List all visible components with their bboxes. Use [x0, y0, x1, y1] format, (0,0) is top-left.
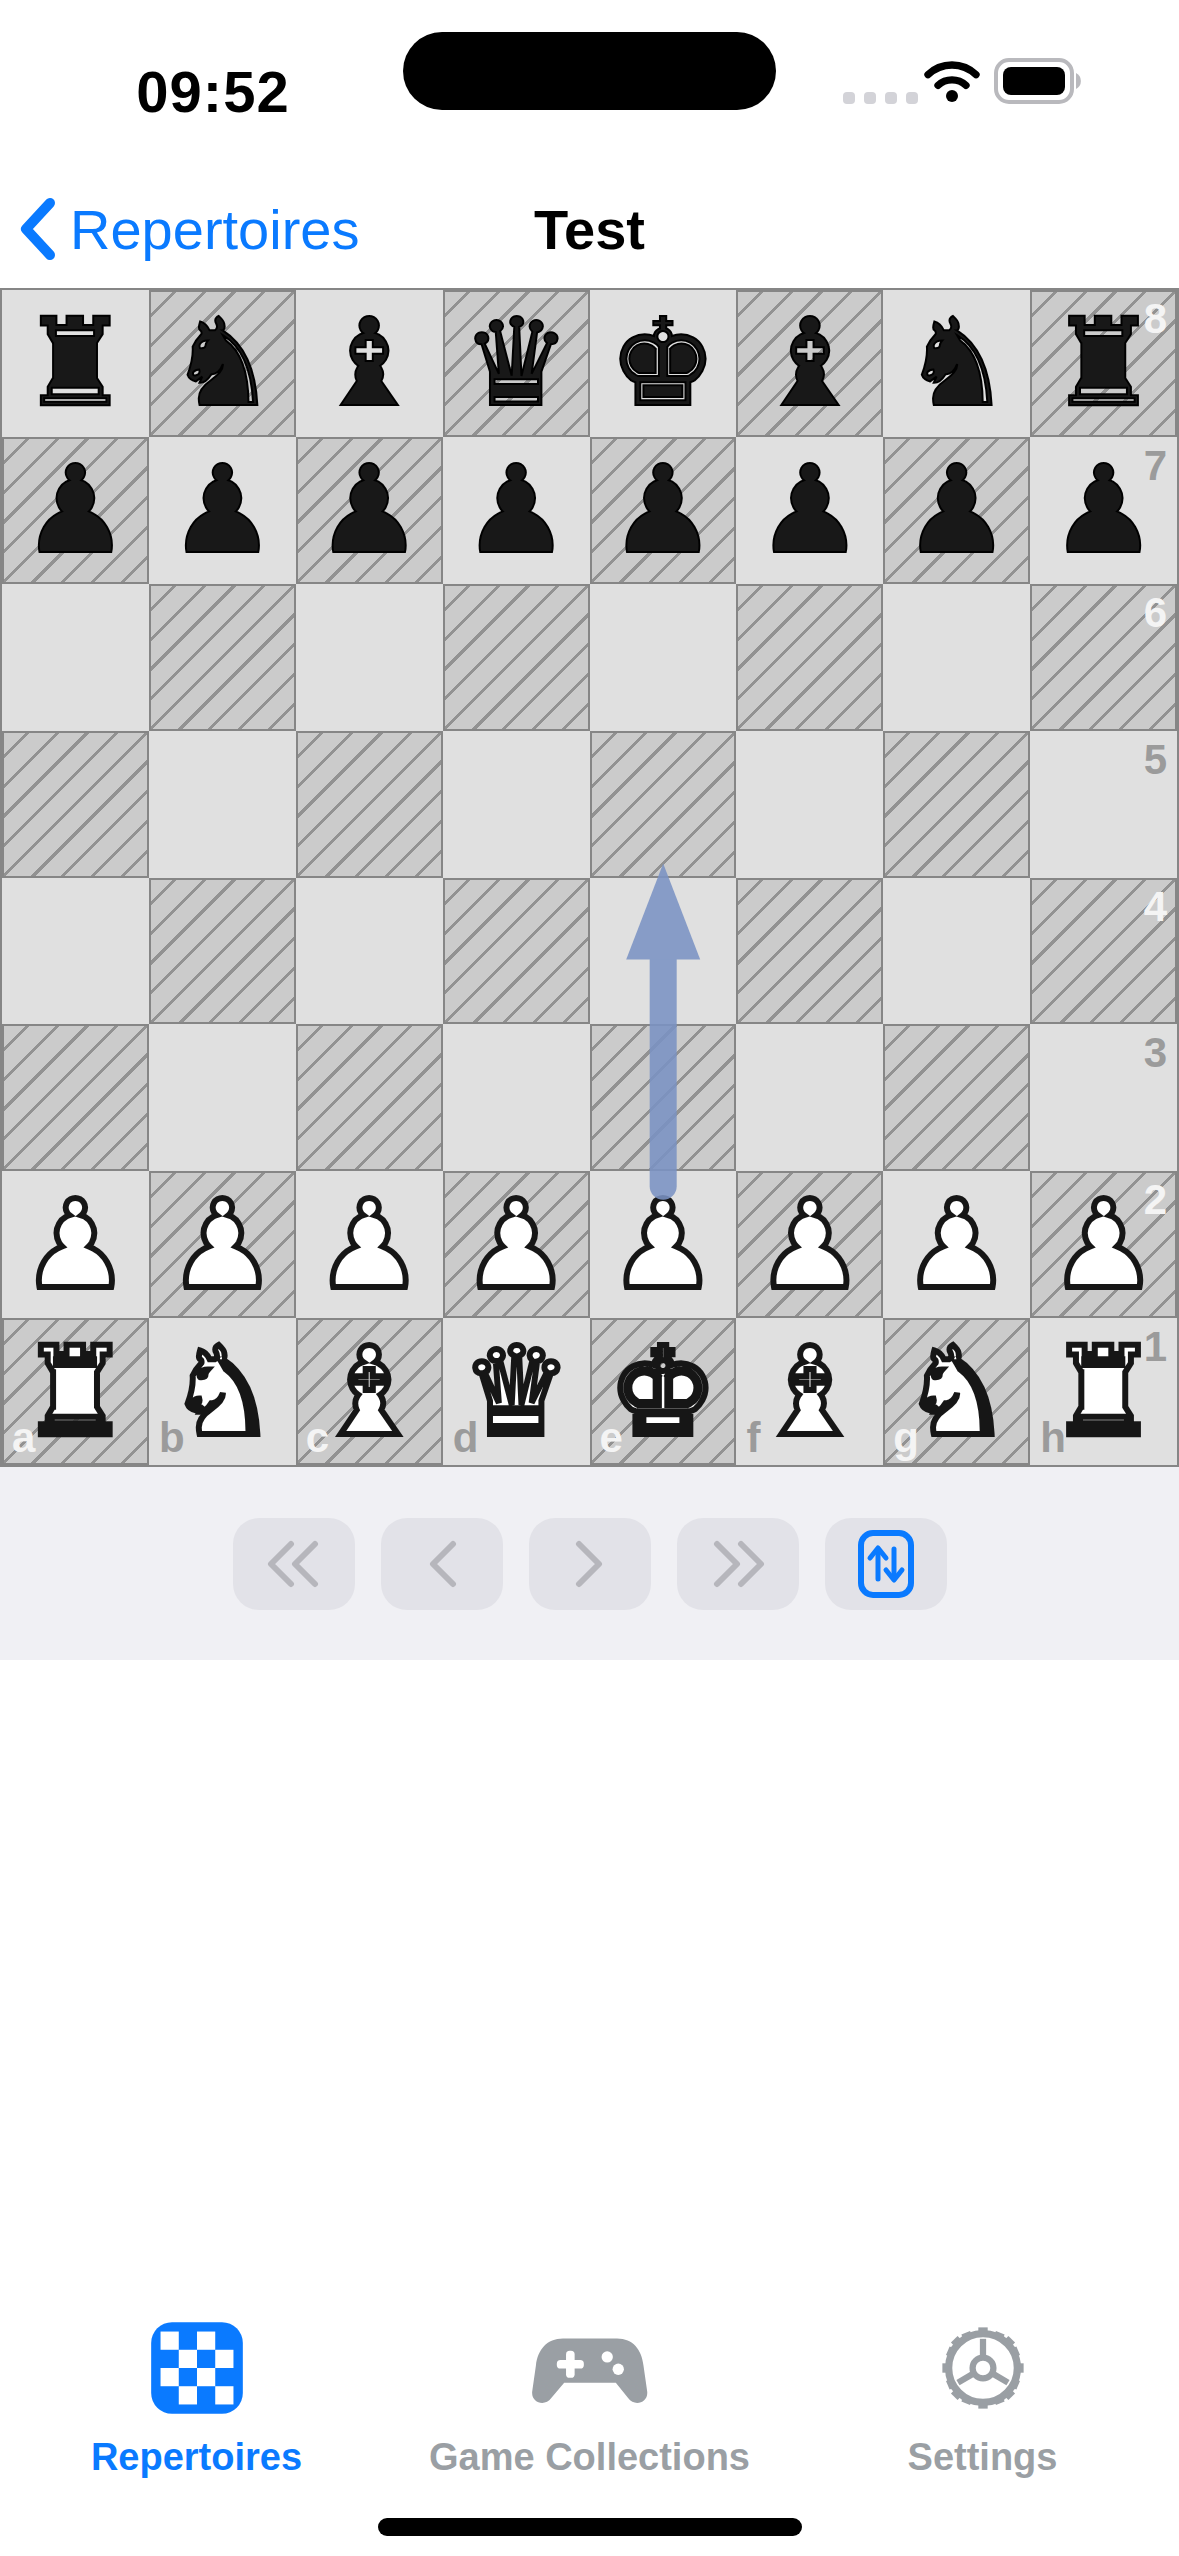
square-f6[interactable]: [736, 584, 883, 731]
square-b1[interactable]: ♞b: [149, 1318, 296, 1465]
file-label-a: a: [12, 1417, 35, 1459]
chevrons-left-icon: [263, 1540, 325, 1588]
white-pawn: ♟: [461, 1184, 570, 1306]
square-h3[interactable]: 3: [1030, 1024, 1177, 1171]
chessboard-icon: [147, 2318, 247, 2418]
chess-board-area: ♜♞♝♛♚♝♞♜8♟♟♟♟♟♟♟♟76543♟♟♟♟♟♟♟♟2♜a♞b♝c♛d♚…: [0, 288, 1179, 1467]
status-bar: 09:52: [0, 0, 1179, 160]
square-c7[interactable]: ♟: [296, 437, 443, 584]
black-pawn: ♟: [168, 449, 277, 571]
black-pawn: ♟: [21, 449, 130, 571]
square-h1[interactable]: ♜1h: [1030, 1318, 1177, 1465]
rank-label-6: 6: [1144, 592, 1167, 634]
flip-board-icon: [857, 1529, 915, 1599]
black-knight: ♞: [902, 302, 1011, 424]
black-bishop: ♝: [755, 302, 864, 424]
square-d3[interactable]: [443, 1024, 590, 1171]
rank-label-8: 8: [1144, 298, 1167, 340]
square-b2[interactable]: ♟: [149, 1171, 296, 1318]
square-d6[interactable]: [443, 584, 590, 731]
black-pawn: ♟: [902, 449, 1011, 571]
square-e4[interactable]: [590, 878, 737, 1025]
rank-label-4: 4: [1144, 886, 1167, 928]
cellular-signal-icon: [843, 92, 918, 104]
tab-label: Repertoires: [91, 2436, 302, 2479]
square-a7[interactable]: ♟: [2, 437, 149, 584]
chevron-right-icon: [571, 1540, 609, 1588]
white-pawn: ♟: [902, 1184, 1011, 1306]
square-a2[interactable]: ♟: [2, 1171, 149, 1318]
rank-label-7: 7: [1144, 445, 1167, 487]
black-pawn: ♟: [461, 449, 570, 571]
rank-label-5: 5: [1144, 739, 1167, 781]
black-pawn: ♟: [608, 449, 717, 571]
clock: 09:52: [128, 58, 298, 125]
white-pawn: ♟: [608, 1184, 717, 1306]
square-g6[interactable]: [883, 584, 1030, 731]
square-g2[interactable]: ♟: [883, 1171, 1030, 1318]
black-pawn: ♟: [315, 449, 424, 571]
square-b3[interactable]: [149, 1024, 296, 1171]
square-a6[interactable]: [2, 584, 149, 731]
black-rook: ♜: [21, 302, 130, 424]
square-f8[interactable]: ♝: [736, 290, 883, 437]
square-c4[interactable]: [296, 878, 443, 1025]
square-e8[interactable]: ♚: [590, 290, 737, 437]
last-move-button[interactable]: [677, 1518, 799, 1610]
square-c1[interactable]: ♝c: [296, 1318, 443, 1465]
file-label-f: f: [746, 1417, 760, 1459]
square-b8[interactable]: ♞: [149, 290, 296, 437]
white-bishop: ♝: [315, 1331, 424, 1453]
square-g8[interactable]: ♞: [883, 290, 1030, 437]
rank-label-3: 3: [1144, 1032, 1167, 1074]
rank-label-2: 2: [1144, 1179, 1167, 1221]
white-pawn: ♟: [168, 1184, 277, 1306]
app-screen: 09:52 Repertoires Test ♜♞♝♛♚♝♞♜8♟♟♟♟♟♟♟♟…: [0, 0, 1179, 2556]
square-h5[interactable]: 5: [1030, 731, 1177, 878]
black-bishop: ♝: [315, 302, 424, 424]
tab-label: Settings: [908, 2436, 1058, 2479]
next-move-button[interactable]: [529, 1518, 651, 1610]
square-e2[interactable]: ♟: [590, 1171, 737, 1318]
white-pawn: ♟: [1049, 1184, 1158, 1306]
previous-move-button[interactable]: [381, 1518, 503, 1610]
dynamic-island: [403, 32, 776, 110]
white-rook: ♜: [21, 1331, 130, 1453]
square-f4[interactable]: [736, 878, 883, 1025]
square-b6[interactable]: [149, 584, 296, 731]
tab-settings[interactable]: Settings: [786, 2280, 1179, 2556]
file-label-b: b: [159, 1417, 185, 1459]
square-h8[interactable]: ♜8: [1030, 290, 1177, 437]
square-g4[interactable]: [883, 878, 1030, 1025]
square-e7[interactable]: ♟: [590, 437, 737, 584]
square-c2[interactable]: ♟: [296, 1171, 443, 1318]
navigation-bar: Repertoires Test: [0, 170, 1179, 288]
black-pawn: ♟: [755, 449, 864, 571]
black-knight: ♞: [168, 302, 277, 424]
file-label-c: c: [306, 1417, 329, 1459]
chess-board[interactable]: ♜♞♝♛♚♝♞♜8♟♟♟♟♟♟♟♟76543♟♟♟♟♟♟♟♟2♜a♞b♝c♛d♚…: [0, 288, 1179, 1467]
white-bishop: ♝: [755, 1331, 864, 1453]
tab-bar: Repertoires Game Collections: [0, 2280, 1179, 2556]
black-queen: ♛: [461, 302, 570, 424]
square-b7[interactable]: ♟: [149, 437, 296, 584]
white-pawn: ♟: [755, 1184, 864, 1306]
chevrons-right-icon: [707, 1540, 769, 1588]
game-controller-icon: [531, 2318, 649, 2418]
square-f1[interactable]: ♝f: [736, 1318, 883, 1465]
square-f2[interactable]: ♟: [736, 1171, 883, 1318]
rank-label-1: 1: [1144, 1326, 1167, 1368]
square-a1[interactable]: ♜a: [2, 1318, 149, 1465]
move-controls-strip: [0, 1467, 1179, 1660]
home-indicator[interactable]: [378, 2518, 802, 2536]
square-b5[interactable]: [149, 731, 296, 878]
square-e5[interactable]: [590, 731, 737, 878]
black-rook: ♜: [1049, 302, 1158, 424]
file-label-h: h: [1040, 1417, 1066, 1459]
square-h7[interactable]: ♟7: [1030, 437, 1177, 584]
white-king: ♚: [608, 1331, 717, 1453]
square-e1[interactable]: ♚e: [590, 1318, 737, 1465]
square-h6[interactable]: 6: [1030, 584, 1177, 731]
square-e6[interactable]: [590, 584, 737, 731]
square-g1[interactable]: ♞g: [883, 1318, 1030, 1465]
chevron-left-icon: [423, 1540, 461, 1588]
gear-icon: [933, 2318, 1033, 2418]
square-d7[interactable]: ♟: [443, 437, 590, 584]
square-a4[interactable]: [2, 878, 149, 1025]
square-h4[interactable]: 4: [1030, 878, 1177, 1025]
flip-board-button[interactable]: [825, 1518, 947, 1610]
square-c3[interactable]: [296, 1024, 443, 1171]
square-d2[interactable]: ♟: [443, 1171, 590, 1318]
file-label-e: e: [600, 1417, 623, 1459]
square-d1[interactable]: ♛d: [443, 1318, 590, 1465]
square-f3[interactable]: [736, 1024, 883, 1171]
square-f7[interactable]: ♟: [736, 437, 883, 584]
black-pawn: ♟: [1049, 449, 1158, 571]
square-b4[interactable]: [149, 878, 296, 1025]
square-c5[interactable]: [296, 731, 443, 878]
white-pawn: ♟: [315, 1184, 424, 1306]
square-g5[interactable]: [883, 731, 1030, 878]
tab-game-collections[interactable]: Game Collections: [393, 2280, 786, 2556]
square-g3[interactable]: [883, 1024, 1030, 1171]
square-f5[interactable]: [736, 731, 883, 878]
tab-repertoires[interactable]: Repertoires: [0, 2280, 393, 2556]
square-a5[interactable]: [2, 731, 149, 878]
square-a8[interactable]: ♜: [2, 290, 149, 437]
wifi-icon: [920, 56, 984, 104]
black-king: ♚: [608, 302, 717, 424]
square-e3[interactable]: [590, 1024, 737, 1171]
file-label-g: g: [893, 1417, 919, 1459]
page-title: Test: [0, 170, 1179, 288]
file-label-d: d: [453, 1417, 479, 1459]
square-d4[interactable]: [443, 878, 590, 1025]
battery-icon: [994, 58, 1086, 104]
square-a3[interactable]: [2, 1024, 149, 1171]
square-c8[interactable]: ♝: [296, 290, 443, 437]
square-d8[interactable]: ♛: [443, 290, 590, 437]
square-g7[interactable]: ♟: [883, 437, 1030, 584]
square-h2[interactable]: ♟2: [1030, 1171, 1177, 1318]
first-move-button[interactable]: [233, 1518, 355, 1610]
square-d5[interactable]: [443, 731, 590, 878]
square-c6[interactable]: [296, 584, 443, 731]
white-pawn: ♟: [21, 1184, 130, 1306]
tab-label: Game Collections: [429, 2436, 750, 2479]
